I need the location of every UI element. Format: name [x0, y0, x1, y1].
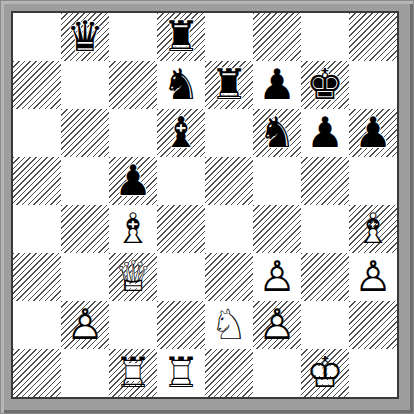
piece-white-pawn: ♟♙	[66, 304, 104, 346]
square-g7[interactable]: ♚	[301, 61, 349, 109]
square-f1[interactable]	[253, 349, 301, 397]
square-b7[interactable]	[61, 61, 109, 109]
square-c4[interactable]: ♝♗	[109, 205, 157, 253]
square-d6[interactable]: ♝	[157, 109, 205, 157]
square-g4[interactable]	[301, 205, 349, 253]
square-b4[interactable]	[61, 205, 109, 253]
square-c6[interactable]	[109, 109, 157, 157]
piece-white-knight: ♞♘	[210, 304, 248, 346]
square-h5[interactable]	[349, 157, 397, 205]
square-a6[interactable]	[13, 109, 61, 157]
square-e2[interactable]: ♞♘	[205, 301, 253, 349]
square-a2[interactable]	[13, 301, 61, 349]
square-e7[interactable]: ♜	[205, 61, 253, 109]
square-h1[interactable]	[349, 349, 397, 397]
piece-black-pawn: ♟	[306, 112, 344, 154]
square-g3[interactable]	[301, 253, 349, 301]
diagram-frame: ♛♜♞♜♟♚♝♞♟♟♟♝♗♝♗♛♕♟♙♟♙♟♙♞♘♟♙♜♖♜♖♚♔	[0, 0, 414, 414]
square-f2[interactable]: ♟♙	[253, 301, 301, 349]
piece-black-rook: ♜	[162, 16, 200, 58]
square-e5[interactable]	[205, 157, 253, 205]
square-e3[interactable]	[205, 253, 253, 301]
piece-white-bishop: ♝♗	[114, 208, 152, 250]
square-b5[interactable]	[61, 157, 109, 205]
square-f4[interactable]	[253, 205, 301, 253]
piece-black-knight: ♞	[162, 64, 200, 106]
square-e8[interactable]	[205, 13, 253, 61]
square-h6[interactable]: ♟	[349, 109, 397, 157]
square-d8[interactable]: ♜	[157, 13, 205, 61]
piece-black-bishop: ♝	[162, 112, 200, 154]
square-h2[interactable]	[349, 301, 397, 349]
square-f5[interactable]	[253, 157, 301, 205]
square-b8[interactable]: ♛	[61, 13, 109, 61]
square-a7[interactable]	[13, 61, 61, 109]
piece-white-rook: ♜♖	[162, 352, 200, 394]
square-e1[interactable]	[205, 349, 253, 397]
square-f7[interactable]: ♟	[253, 61, 301, 109]
square-d3[interactable]	[157, 253, 205, 301]
square-h8[interactable]	[349, 13, 397, 61]
square-d7[interactable]: ♞	[157, 61, 205, 109]
piece-white-queen: ♛♕	[114, 256, 152, 298]
square-a1[interactable]	[13, 349, 61, 397]
square-d5[interactable]	[157, 157, 205, 205]
square-a5[interactable]	[13, 157, 61, 205]
piece-black-rook: ♜	[210, 64, 248, 106]
piece-white-bishop: ♝♗	[354, 208, 392, 250]
square-g1[interactable]: ♚♔	[301, 349, 349, 397]
square-f8[interactable]	[253, 13, 301, 61]
piece-black-pawn: ♟	[258, 64, 296, 106]
square-f3[interactable]: ♟♙	[253, 253, 301, 301]
piece-black-pawn: ♟	[354, 112, 392, 154]
piece-black-knight: ♞	[258, 112, 296, 154]
square-b3[interactable]	[61, 253, 109, 301]
square-f6[interactable]: ♞	[253, 109, 301, 157]
square-c3[interactable]: ♛♕	[109, 253, 157, 301]
square-c5[interactable]: ♟	[109, 157, 157, 205]
square-d2[interactable]	[157, 301, 205, 349]
piece-white-king: ♚♔	[306, 352, 344, 394]
square-h4[interactable]: ♝♗	[349, 205, 397, 253]
square-g6[interactable]: ♟	[301, 109, 349, 157]
square-g2[interactable]	[301, 301, 349, 349]
piece-white-pawn: ♟♙	[258, 256, 296, 298]
piece-white-rook: ♜♖	[114, 352, 152, 394]
square-h7[interactable]	[349, 61, 397, 109]
square-h3[interactable]: ♟♙	[349, 253, 397, 301]
piece-white-pawn: ♟♙	[354, 256, 392, 298]
square-a3[interactable]	[13, 253, 61, 301]
square-b6[interactable]	[61, 109, 109, 157]
chess-board: ♛♜♞♜♟♚♝♞♟♟♟♝♗♝♗♛♕♟♙♟♙♟♙♞♘♟♙♜♖♜♖♚♔	[11, 11, 399, 399]
square-d4[interactable]	[157, 205, 205, 253]
square-c8[interactable]	[109, 13, 157, 61]
square-b2[interactable]: ♟♙	[61, 301, 109, 349]
square-g8[interactable]	[301, 13, 349, 61]
piece-black-queen: ♛	[66, 16, 104, 58]
square-b1[interactable]	[61, 349, 109, 397]
square-e4[interactable]	[205, 205, 253, 253]
square-a4[interactable]	[13, 205, 61, 253]
square-a8[interactable]	[13, 13, 61, 61]
square-d1[interactable]: ♜♖	[157, 349, 205, 397]
square-c1[interactable]: ♜♖	[109, 349, 157, 397]
square-c7[interactable]	[109, 61, 157, 109]
piece-black-pawn: ♟	[114, 160, 152, 202]
square-c2[interactable]	[109, 301, 157, 349]
square-g5[interactable]	[301, 157, 349, 205]
square-e6[interactable]	[205, 109, 253, 157]
piece-white-pawn: ♟♙	[258, 304, 296, 346]
piece-black-king: ♚	[306, 64, 344, 106]
